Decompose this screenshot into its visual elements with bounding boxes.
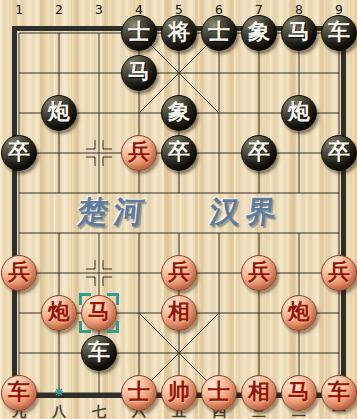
piece-glyph: 炮 [48, 101, 70, 123]
board-point[interactable] [0, 93, 39, 133]
board-point[interactable]: 士 [199, 373, 239, 413]
piece-glyph: 车 [328, 381, 350, 403]
piece-black-elephant[interactable]: 象 [161, 95, 197, 131]
board-point[interactable] [79, 373, 119, 413]
piece-black-soldier[interactable]: 卒 [321, 135, 357, 171]
piece-red-general[interactable]: 帅 [161, 375, 197, 411]
board-point[interactable] [39, 13, 79, 53]
xiangqi-board: 楚河 汉界 1 2 3 4 5 6 7 8 9 九 八 七 六 五 四 三 二 … [0, 0, 357, 419]
piece-red-cannon[interactable]: 炮 [281, 295, 317, 331]
piece-red-chariot[interactable]: 车 [1, 375, 37, 411]
board-point[interactable] [79, 213, 119, 253]
piece-red-horse[interactable]: 马 [281, 375, 317, 411]
board-point[interactable]: 象 [159, 93, 199, 133]
piece-glyph: 马 [288, 381, 310, 403]
board-point[interactable] [279, 53, 319, 93]
board-point[interactable]: 车 [319, 13, 357, 53]
piece-black-soldier[interactable]: 卒 [1, 135, 37, 171]
board-point[interactable]: 车 [79, 333, 119, 373]
board-point[interactable] [0, 13, 39, 53]
board-point[interactable] [199, 133, 239, 173]
board-point[interactable]: 兵 [0, 253, 39, 293]
board-point[interactable] [119, 333, 159, 373]
board-point[interactable] [79, 53, 119, 93]
piece-glyph: 马 [88, 301, 110, 323]
board-point[interactable] [0, 173, 39, 213]
piece-black-advisor[interactable]: 士 [121, 15, 157, 51]
board-point[interactable]: 相 [159, 293, 199, 333]
board-point[interactable] [79, 133, 119, 173]
board-point[interactable] [239, 53, 279, 93]
board-point[interactable]: 马 [119, 53, 159, 93]
board-point[interactable] [39, 333, 79, 373]
piece-red-cannon[interactable]: 炮 [41, 295, 77, 331]
board-point[interactable] [79, 13, 119, 53]
piece-glyph: 相 [168, 301, 190, 323]
piece-glyph: 炮 [288, 301, 310, 323]
board-point[interactable] [239, 333, 279, 373]
board-point[interactable] [239, 93, 279, 133]
board-point[interactable] [199, 173, 239, 213]
piece-black-horse[interactable]: 马 [281, 15, 317, 51]
piece-black-cannon[interactable]: 炮 [281, 95, 317, 131]
piece-black-chariot[interactable]: 车 [321, 15, 357, 51]
piece-red-soldier[interactable]: 兵 [321, 255, 357, 291]
board-point[interactable] [119, 213, 159, 253]
board-point[interactable] [199, 213, 239, 253]
board-grid: 士将士象马车马炮象炮卒兵卒卒卒兵兵兵兵炮马相炮车车士帅士相马车 [0, 13, 357, 413]
board-point[interactable] [279, 133, 319, 173]
piece-glyph: 车 [328, 21, 350, 43]
board-point[interactable]: 卒 [0, 133, 39, 173]
piece-red-elephant[interactable]: 相 [161, 295, 197, 331]
piece-red-advisor[interactable]: 士 [121, 375, 157, 411]
board-point[interactable] [319, 173, 357, 213]
piece-glyph: 士 [208, 21, 230, 43]
board-point[interactable] [199, 53, 239, 93]
board-point[interactable]: 马 [79, 293, 119, 333]
board-point[interactable] [279, 253, 319, 293]
board-point[interactable]: 炮 [39, 293, 79, 333]
board-point[interactable] [159, 333, 199, 373]
board-point[interactable]: 将 [159, 13, 199, 53]
piece-red-soldier[interactable]: 兵 [121, 135, 157, 171]
board-point[interactable] [199, 293, 239, 333]
board-point[interactable]: 象 [239, 13, 279, 53]
piece-red-soldier[interactable]: 兵 [241, 255, 277, 291]
board-point[interactable]: 兵 [239, 253, 279, 293]
board-point[interactable] [239, 293, 279, 333]
board-point[interactable] [119, 293, 159, 333]
board-point[interactable] [79, 173, 119, 213]
piece-black-soldier[interactable]: 卒 [241, 135, 277, 171]
piece-glyph: 兵 [248, 261, 270, 283]
board-point[interactable]: 马 [279, 13, 319, 53]
piece-red-elephant[interactable]: 相 [241, 375, 277, 411]
piece-glyph: 马 [128, 61, 150, 83]
board-point[interactable] [159, 213, 199, 253]
piece-red-soldier[interactable]: 兵 [1, 255, 37, 291]
piece-black-chariot[interactable]: 车 [81, 335, 117, 371]
board-point[interactable] [239, 213, 279, 253]
piece-glyph: 车 [88, 341, 110, 363]
piece-red-horse[interactable]: 马 [81, 295, 117, 331]
piece-glyph: 帅 [168, 381, 190, 403]
board-point[interactable]: 卒 [239, 133, 279, 173]
board-point[interactable] [279, 173, 319, 213]
board-point[interactable]: 士 [199, 13, 239, 53]
piece-glyph: 炮 [288, 101, 310, 123]
board-point[interactable]: 兵 [119, 133, 159, 173]
board-point[interactable]: 相 [239, 373, 279, 413]
piece-glyph: 卒 [328, 141, 350, 163]
board-point[interactable] [39, 173, 79, 213]
board-point[interactable]: 炮 [279, 93, 319, 133]
piece-red-advisor[interactable]: 士 [201, 375, 237, 411]
board-point[interactable]: 车 [319, 373, 357, 413]
board-point[interactable] [319, 53, 357, 93]
piece-glyph: 炮 [48, 301, 70, 323]
board-point[interactable] [119, 173, 159, 213]
board-point[interactable] [39, 373, 79, 413]
board-point[interactable]: 兵 [319, 253, 357, 293]
piece-red-chariot[interactable]: 车 [321, 375, 357, 411]
piece-glyph: 车 [8, 381, 30, 403]
board-point[interactable] [319, 213, 357, 253]
board-point[interactable]: 兵 [159, 253, 199, 293]
piece-glyph: 士 [208, 381, 230, 403]
board-point[interactable] [79, 253, 119, 293]
piece-black-elephant[interactable]: 象 [241, 15, 277, 51]
board-point[interactable]: 炮 [279, 293, 319, 333]
board-point[interactable] [319, 293, 357, 333]
board-point[interactable] [39, 213, 79, 253]
board-point[interactable] [119, 93, 159, 133]
board-point[interactable] [39, 53, 79, 93]
board-point[interactable]: 炮 [39, 93, 79, 133]
board-point[interactable] [319, 93, 357, 133]
piece-glyph: 兵 [8, 261, 30, 283]
piece-black-soldier[interactable]: 卒 [161, 135, 197, 171]
board-point[interactable] [0, 293, 39, 333]
board-point[interactable] [0, 53, 39, 93]
board-point[interactable] [279, 333, 319, 373]
piece-glyph: 象 [168, 101, 190, 123]
board-point[interactable] [279, 213, 319, 253]
piece-glyph: 士 [128, 21, 150, 43]
board-point[interactable] [119, 253, 159, 293]
piece-glyph: 兵 [128, 141, 150, 163]
board-point[interactable] [39, 253, 79, 293]
piece-glyph: 马 [288, 21, 310, 43]
board-point[interactable] [319, 333, 357, 373]
piece-black-horse[interactable]: 马 [121, 55, 157, 91]
board-point[interactable]: 帅 [159, 373, 199, 413]
board-point[interactable] [199, 253, 239, 293]
board-point[interactable]: 卒 [319, 133, 357, 173]
piece-glyph: 兵 [168, 261, 190, 283]
board-point[interactable] [79, 93, 119, 133]
board-point[interactable] [159, 173, 199, 213]
piece-glyph: 士 [128, 381, 150, 403]
board-point[interactable]: 士 [119, 13, 159, 53]
board-point[interactable] [199, 93, 239, 133]
piece-glyph: 卒 [168, 141, 190, 163]
piece-black-general[interactable]: 将 [161, 15, 197, 51]
board-point[interactable] [0, 333, 39, 373]
piece-black-cannon[interactable]: 炮 [41, 95, 77, 131]
board-point[interactable]: 车 [0, 373, 39, 413]
piece-glyph: 将 [168, 21, 190, 43]
board-point[interactable]: 士 [119, 373, 159, 413]
board-point[interactable] [159, 53, 199, 93]
board-point[interactable] [199, 333, 239, 373]
board-point[interactable]: 马 [279, 373, 319, 413]
piece-glyph: 卒 [8, 141, 30, 163]
piece-black-advisor[interactable]: 士 [201, 15, 237, 51]
board-point[interactable] [39, 133, 79, 173]
piece-glyph: 象 [248, 21, 270, 43]
board-point[interactable]: 卒 [159, 133, 199, 173]
board-point[interactable] [239, 173, 279, 213]
board-point[interactable] [0, 213, 39, 253]
piece-glyph: 相 [248, 381, 270, 403]
piece-glyph: 卒 [248, 141, 270, 163]
piece-glyph: 兵 [328, 261, 350, 283]
piece-red-soldier[interactable]: 兵 [161, 255, 197, 291]
